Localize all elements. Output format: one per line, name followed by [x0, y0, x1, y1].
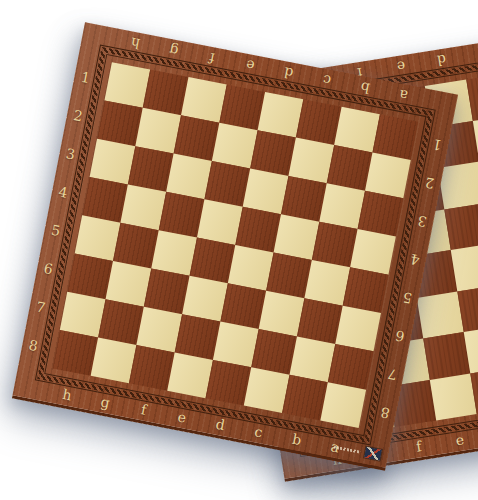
squares-grid	[52, 62, 418, 428]
square-a8	[320, 382, 366, 428]
square-d3	[438, 162, 478, 209]
square-e8	[429, 373, 476, 420]
square-e7	[423, 332, 470, 379]
square-d4	[444, 203, 478, 250]
square-e6	[416, 291, 463, 338]
chessboard-front: hgfedcbahgfedcba1234567812345678	[12, 22, 458, 470]
product-photo-scene: hgfedcbahgfedcba1234567812345678 hgfedcb…	[0, 0, 478, 500]
